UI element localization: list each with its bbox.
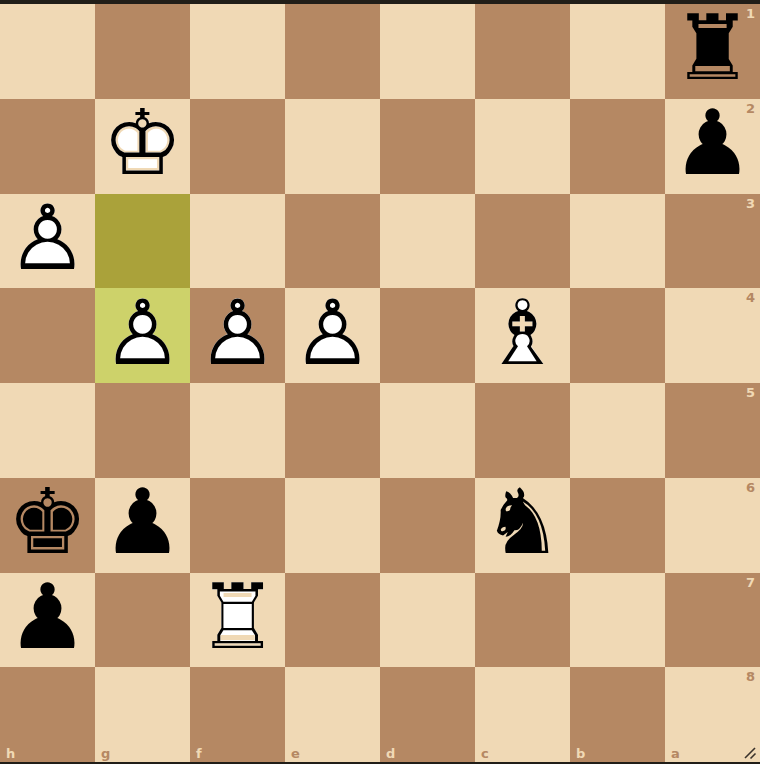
- rank-label-5: 5: [746, 386, 755, 399]
- square-c3[interactable]: [475, 194, 570, 289]
- square-f6[interactable]: [190, 478, 285, 573]
- white-king-piece[interactable]: ♚♔: [95, 99, 190, 194]
- white-pawn-outline-icon: ♙: [190, 285, 285, 380]
- square-g2[interactable]: ♚♔: [95, 99, 190, 194]
- square-f5[interactable]: [190, 383, 285, 478]
- square-h5[interactable]: [0, 383, 95, 478]
- square-e1[interactable]: [285, 4, 380, 99]
- square-h4[interactable]: [0, 288, 95, 383]
- white-pawn-piece[interactable]: ♟♙: [0, 194, 95, 289]
- file-label-h: h: [6, 747, 15, 760]
- square-d5[interactable]: [380, 383, 475, 478]
- white-rook-outline-icon: ♖: [190, 570, 285, 665]
- file-label-g: g: [101, 747, 110, 760]
- square-h8[interactable]: h: [0, 667, 95, 762]
- square-e3[interactable]: [285, 194, 380, 289]
- square-a4[interactable]: 4: [665, 288, 760, 383]
- square-g7[interactable]: [95, 573, 190, 668]
- square-d3[interactable]: [380, 194, 475, 289]
- square-g6[interactable]: ♟: [95, 478, 190, 573]
- square-e4[interactable]: ♟♙: [285, 288, 380, 383]
- file-label-a: a: [671, 747, 680, 760]
- white-bishop-outline-icon: ♗: [475, 285, 570, 380]
- square-f4[interactable]: ♟♙: [190, 288, 285, 383]
- square-a3[interactable]: 3: [665, 194, 760, 289]
- square-f2[interactable]: [190, 99, 285, 194]
- square-c8[interactable]: c: [475, 667, 570, 762]
- white-pawn-outline-icon: ♙: [285, 285, 380, 380]
- square-b1[interactable]: [570, 4, 665, 99]
- square-h3[interactable]: ♟♙: [0, 194, 95, 289]
- square-a1[interactable]: 1♜: [665, 4, 760, 99]
- black-king-piece[interactable]: ♚: [0, 478, 95, 573]
- square-h1[interactable]: [0, 4, 95, 99]
- rank-label-3: 3: [746, 197, 755, 210]
- white-pawn-piece[interactable]: ♟♙: [285, 288, 380, 383]
- square-c5[interactable]: [475, 383, 570, 478]
- square-f3[interactable]: [190, 194, 285, 289]
- square-d2[interactable]: [380, 99, 475, 194]
- file-label-b: b: [576, 747, 585, 760]
- file-label-f: f: [196, 747, 202, 760]
- black-pawn-piece[interactable]: ♟: [665, 99, 760, 194]
- rank-label-4: 4: [746, 291, 755, 304]
- rank-label-8: 8: [746, 670, 755, 683]
- square-a5[interactable]: 5: [665, 383, 760, 478]
- square-c6[interactable]: ♞: [475, 478, 570, 573]
- rank-label-6: 6: [746, 481, 755, 494]
- square-d7[interactable]: [380, 573, 475, 668]
- black-pawn-icon: ♟: [95, 475, 190, 570]
- rank-label-7: 7: [746, 576, 755, 589]
- square-d6[interactable]: [380, 478, 475, 573]
- square-c4[interactable]: ♝♗: [475, 288, 570, 383]
- square-b2[interactable]: [570, 99, 665, 194]
- square-b5[interactable]: [570, 383, 665, 478]
- square-b3[interactable]: [570, 194, 665, 289]
- square-g4[interactable]: ♟♙: [95, 288, 190, 383]
- white-pawn-outline-icon: ♙: [95, 285, 190, 380]
- square-e8[interactable]: e: [285, 667, 380, 762]
- square-f7[interactable]: ♜♖: [190, 573, 285, 668]
- square-f1[interactable]: [190, 4, 285, 99]
- square-g8[interactable]: g: [95, 667, 190, 762]
- square-h2[interactable]: [0, 99, 95, 194]
- square-f8[interactable]: f: [190, 667, 285, 762]
- black-rook-icon: ♜: [665, 1, 760, 96]
- square-a7[interactable]: 7: [665, 573, 760, 668]
- square-g5[interactable]: [95, 383, 190, 478]
- black-pawn-icon: ♟: [0, 570, 95, 665]
- square-e6[interactable]: [285, 478, 380, 573]
- square-c2[interactable]: [475, 99, 570, 194]
- board-resize-handle[interactable]: [742, 745, 757, 760]
- white-pawn-piece[interactable]: ♟♙: [95, 288, 190, 383]
- square-e5[interactable]: [285, 383, 380, 478]
- square-d8[interactable]: d: [380, 667, 475, 762]
- square-e2[interactable]: [285, 99, 380, 194]
- white-king-outline-icon: ♔: [95, 96, 190, 191]
- square-e7[interactable]: [285, 573, 380, 668]
- square-d1[interactable]: [380, 4, 475, 99]
- square-g1[interactable]: [95, 4, 190, 99]
- file-label-e: e: [291, 747, 300, 760]
- square-b6[interactable]: [570, 478, 665, 573]
- black-king-icon: ♚: [0, 475, 95, 570]
- square-a6[interactable]: 6: [665, 478, 760, 573]
- white-rook-piece[interactable]: ♜♖: [190, 573, 285, 668]
- white-pawn-outline-icon: ♙: [0, 191, 95, 286]
- white-pawn-piece[interactable]: ♟♙: [190, 288, 285, 383]
- square-c7[interactable]: [475, 573, 570, 668]
- file-label-d: d: [386, 747, 395, 760]
- white-bishop-piece[interactable]: ♝♗: [475, 288, 570, 383]
- black-rook-piece[interactable]: ♜: [665, 4, 760, 99]
- square-a2[interactable]: 2♟: [665, 99, 760, 194]
- chess-app-window: 1♜♚♔2♟♟♙3♟♙♟♙♟♙♝♗45♚♟♞6♟♜♖7hgfedcb8a: [0, 0, 760, 764]
- square-b7[interactable]: [570, 573, 665, 668]
- black-pawn-piece[interactable]: ♟: [95, 478, 190, 573]
- black-pawn-piece[interactable]: ♟: [0, 573, 95, 668]
- square-h6[interactable]: ♚: [0, 478, 95, 573]
- square-d4[interactable]: [380, 288, 475, 383]
- square-b8[interactable]: b: [570, 667, 665, 762]
- black-knight-piece[interactable]: ♞: [475, 478, 570, 573]
- square-g3[interactable]: [95, 194, 190, 289]
- square-b4[interactable]: [570, 288, 665, 383]
- black-knight-icon: ♞: [475, 475, 570, 570]
- square-c1[interactable]: [475, 4, 570, 99]
- black-pawn-icon: ♟: [665, 96, 760, 191]
- square-h7[interactable]: ♟: [0, 573, 95, 668]
- chess-board: 1♜♚♔2♟♟♙3♟♙♟♙♟♙♝♗45♚♟♞6♟♜♖7hgfedcb8a: [0, 4, 760, 762]
- file-label-c: c: [481, 747, 489, 760]
